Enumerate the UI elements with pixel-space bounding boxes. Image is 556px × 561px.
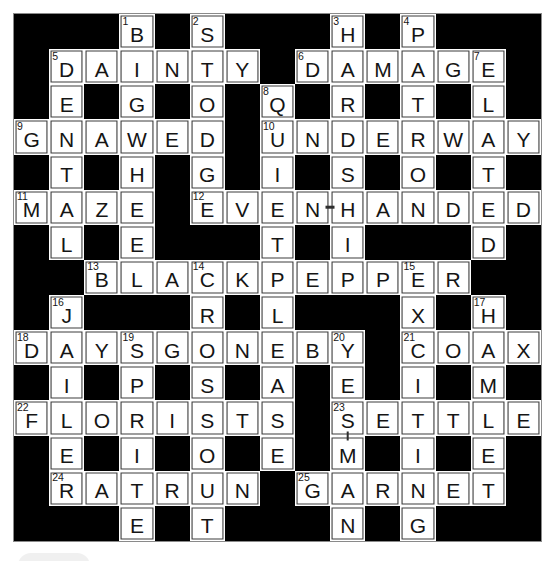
letter-r14c10: A bbox=[341, 480, 355, 501]
letter-r9c8: L bbox=[272, 305, 284, 326]
cell-r12c7[interactable]: T bbox=[225, 400, 260, 435]
clue-number-4: 4 bbox=[403, 16, 409, 27]
letter-r2c7: Y bbox=[235, 59, 249, 80]
cell-r13c6[interactable]: O bbox=[190, 436, 225, 471]
letter-r5c6: G bbox=[199, 164, 215, 185]
black-cell-r7c1 bbox=[14, 225, 49, 260]
letter-r1c12: P bbox=[411, 24, 425, 45]
letter-r6c14: E bbox=[481, 199, 495, 220]
black-cell-r1c9 bbox=[295, 14, 330, 49]
letter-r4c8: U bbox=[270, 129, 285, 150]
letter-r8c9: E bbox=[306, 269, 320, 290]
cell-r2c3[interactable]: A bbox=[84, 49, 119, 84]
hyphen-marker bbox=[346, 431, 349, 440]
cell-r12c1[interactable]: 22F bbox=[14, 400, 49, 435]
letter-r9c14: H bbox=[481, 305, 496, 326]
black-cell-r15c14 bbox=[471, 506, 506, 541]
cell-r8c6[interactable]: 14C bbox=[190, 260, 225, 295]
cell-r14c7[interactable]: N bbox=[225, 471, 260, 506]
cell-r11c12[interactable]: I bbox=[400, 365, 435, 400]
black-cell-r5c7 bbox=[225, 155, 260, 190]
crossword-page: { "game": "crossword", "grid": { "rows":… bbox=[0, 0, 556, 561]
letter-r4c3: A bbox=[95, 129, 109, 150]
cell-r2c12[interactable]: A bbox=[400, 49, 435, 84]
letter-r4c13: W bbox=[443, 129, 463, 150]
black-cell-r7c7 bbox=[225, 225, 260, 260]
letter-r15c10: N bbox=[340, 515, 355, 536]
letter-r12c3: O bbox=[94, 410, 110, 431]
letter-r5c10: S bbox=[341, 164, 355, 185]
cell-r4c14[interactable]: A bbox=[471, 119, 506, 154]
cell-r2c10[interactable]: A bbox=[330, 49, 365, 84]
cell-r14c13[interactable]: E bbox=[436, 471, 471, 506]
letter-r8c6: C bbox=[200, 269, 215, 290]
cell-r8c9[interactable]: E bbox=[295, 260, 330, 295]
cell-r14c5[interactable]: R bbox=[155, 471, 190, 506]
letter-r1c4: B bbox=[130, 24, 144, 45]
cell-r3c12[interactable]: T bbox=[400, 84, 435, 119]
letter-r12c1: F bbox=[25, 410, 38, 431]
black-cell-r9c3 bbox=[84, 295, 119, 330]
cell-r4c9[interactable]: N bbox=[295, 119, 330, 154]
black-cell-r13c3 bbox=[84, 436, 119, 471]
cell-r4c10[interactable]: D bbox=[330, 119, 365, 154]
letter-r5c8: I bbox=[275, 164, 281, 185]
clue-number-15: 15 bbox=[403, 261, 415, 272]
black-cell-r1c3 bbox=[84, 14, 119, 49]
letter-r15c6: T bbox=[201, 515, 214, 536]
black-cell-r15c7 bbox=[225, 506, 260, 541]
cell-r13c8[interactable]: E bbox=[260, 436, 295, 471]
cell-r8c3[interactable]: 13B bbox=[84, 260, 119, 295]
letter-r3c8: Q bbox=[269, 94, 285, 115]
black-cell-r11c13 bbox=[436, 365, 471, 400]
letter-r4c15: Y bbox=[516, 129, 530, 150]
letter-r11c8: A bbox=[270, 375, 284, 396]
cell-r15c10[interactable]: N bbox=[330, 506, 365, 541]
letter-r10c12: C bbox=[410, 340, 425, 361]
cell-r14c4[interactable]: T bbox=[119, 471, 154, 506]
letter-r10c2: A bbox=[60, 340, 74, 361]
black-cell-r1c8 bbox=[260, 14, 295, 49]
cell-r9c6[interactable]: R bbox=[190, 295, 225, 330]
cell-r11c2[interactable]: I bbox=[49, 365, 84, 400]
letter-r2c10: A bbox=[341, 59, 355, 80]
letter-r2c14: E bbox=[481, 59, 495, 80]
letter-r14c5: R bbox=[165, 480, 180, 501]
letter-r12c15: E bbox=[516, 410, 530, 431]
clue-number-2: 2 bbox=[193, 16, 199, 27]
black-cell-r1c2 bbox=[49, 14, 84, 49]
letter-r12c6: S bbox=[200, 410, 214, 431]
letter-r3c4: G bbox=[129, 94, 145, 115]
black-cell-r13c7 bbox=[225, 436, 260, 471]
letter-r6c15: D bbox=[516, 199, 531, 220]
clue-number-10: 10 bbox=[263, 121, 275, 132]
cell-r5c4[interactable]: H bbox=[119, 155, 154, 190]
letter-r4c14: A bbox=[481, 129, 495, 150]
letter-r8c12: E bbox=[411, 269, 425, 290]
letter-r2c4: I bbox=[134, 59, 140, 80]
cell-r2c13[interactable]: G bbox=[436, 49, 471, 84]
letter-r14c11: R bbox=[375, 480, 390, 501]
cell-r13c10[interactable]: M bbox=[330, 436, 365, 471]
cell-r14c10[interactable]: A bbox=[330, 471, 365, 506]
cell-r7c8[interactable]: T bbox=[260, 225, 295, 260]
cell-r8c4[interactable]: L bbox=[119, 260, 154, 295]
cell-r6c3[interactable]: Z bbox=[84, 190, 119, 225]
black-cell-r9c15 bbox=[506, 295, 541, 330]
letter-r10c5: G bbox=[164, 340, 180, 361]
cell-r10c13[interactable]: O bbox=[436, 330, 471, 365]
letter-r10c3: Y bbox=[95, 340, 109, 361]
letter-r3c10: R bbox=[340, 94, 355, 115]
letter-r4c1: G bbox=[23, 129, 39, 150]
letter-r2c12: A bbox=[411, 59, 425, 80]
cell-r2c14[interactable]: 7E bbox=[471, 49, 506, 84]
cell-r10c12[interactable]: 21C bbox=[400, 330, 435, 365]
cell-r12c4[interactable]: R bbox=[119, 400, 154, 435]
letter-r6c2: A bbox=[60, 199, 74, 220]
black-cell-r3c9 bbox=[295, 84, 330, 119]
cell-r8c8[interactable]: P bbox=[260, 260, 295, 295]
cell-r1c10[interactable]: 3H bbox=[330, 14, 365, 49]
cell-r11c6[interactable]: S bbox=[190, 365, 225, 400]
black-cell-r7c11 bbox=[365, 225, 400, 260]
black-cell-r15c11 bbox=[365, 506, 400, 541]
letter-r11c14: M bbox=[480, 375, 498, 396]
cell-r4c6[interactable]: D bbox=[190, 119, 225, 154]
black-cell-r1c15 bbox=[506, 14, 541, 49]
cell-r1c12[interactable]: 4P bbox=[400, 14, 435, 49]
cell-r2c6[interactable]: T bbox=[190, 49, 225, 84]
black-cell-r14c1 bbox=[14, 471, 49, 506]
cell-r6c6[interactable]: 12E bbox=[190, 190, 225, 225]
cell-r13c14[interactable]: E bbox=[471, 436, 506, 471]
letter-r14c3: A bbox=[95, 480, 109, 501]
cell-r4c8[interactable]: 10U bbox=[260, 119, 295, 154]
black-cell-r3c7 bbox=[225, 84, 260, 119]
black-cell-r7c13 bbox=[436, 225, 471, 260]
clue-number-21: 21 bbox=[403, 332, 415, 343]
cell-r4c5[interactable]: E bbox=[155, 119, 190, 154]
black-cell-r11c1 bbox=[14, 365, 49, 400]
black-cell-r13c15 bbox=[506, 436, 541, 471]
cell-r6c4[interactable]: E bbox=[119, 190, 154, 225]
cell-r11c4[interactable]: P bbox=[119, 365, 154, 400]
letter-r11c12: I bbox=[415, 375, 421, 396]
black-cell-r11c3 bbox=[84, 365, 119, 400]
letter-r14c13: E bbox=[446, 480, 460, 501]
black-cell-r9c5 bbox=[155, 295, 190, 330]
black-cell-r5c9 bbox=[295, 155, 330, 190]
black-cell-r2c8 bbox=[260, 49, 295, 84]
cell-r7c14[interactable]: D bbox=[471, 225, 506, 260]
cell-r8c5[interactable]: A bbox=[155, 260, 190, 295]
cell-r10c5[interactable]: G bbox=[155, 330, 190, 365]
letter-r6c12: N bbox=[410, 199, 425, 220]
black-cell-r13c11 bbox=[365, 436, 400, 471]
letter-r4c2: N bbox=[59, 129, 74, 150]
cell-r9c12[interactable]: X bbox=[400, 295, 435, 330]
black-cell-r3c1 bbox=[14, 84, 49, 119]
black-cell-r11c5 bbox=[155, 365, 190, 400]
cell-r10c15[interactable]: X bbox=[506, 330, 541, 365]
letter-r10c4: S bbox=[130, 340, 144, 361]
letter-r12c7: T bbox=[236, 410, 249, 431]
clue-number-23: 23 bbox=[333, 402, 345, 413]
black-cell-r11c11 bbox=[365, 365, 400, 400]
cell-r12c3[interactable]: O bbox=[84, 400, 119, 435]
cell-r12c6[interactable]: S bbox=[190, 400, 225, 435]
letter-r1c10: H bbox=[340, 24, 355, 45]
letter-r6c4: E bbox=[130, 199, 144, 220]
letter-r3c2: E bbox=[60, 94, 74, 115]
letter-r4c11: E bbox=[376, 129, 390, 150]
letter-r3c14: L bbox=[482, 94, 494, 115]
black-cell-r3c11 bbox=[365, 84, 400, 119]
letter-r13c8: E bbox=[270, 445, 284, 466]
cell-r6c14[interactable]: E bbox=[471, 190, 506, 225]
cell-r2c4[interactable]: I bbox=[119, 49, 154, 84]
cell-r7c10[interactable]: I bbox=[330, 225, 365, 260]
clue-number-9: 9 bbox=[17, 121, 23, 132]
letter-r6c10: H bbox=[340, 199, 355, 220]
black-cell-r3c15 bbox=[506, 84, 541, 119]
black-cell-r8c14 bbox=[471, 260, 506, 295]
cell-r1c6[interactable]: 2S bbox=[190, 14, 225, 49]
cell-r3c4[interactable]: G bbox=[119, 84, 154, 119]
black-cell-r13c1 bbox=[14, 436, 49, 471]
letter-r11c2: I bbox=[64, 375, 70, 396]
cell-r10c6[interactable]: O bbox=[190, 330, 225, 365]
bottom-left-button-partial[interactable] bbox=[18, 553, 90, 561]
cell-r8c7[interactable]: K bbox=[225, 260, 260, 295]
black-cell-r15c2 bbox=[49, 506, 84, 541]
cell-r11c14[interactable]: M bbox=[471, 365, 506, 400]
cell-r14c9[interactable]: 25G bbox=[295, 471, 330, 506]
cell-r14c3[interactable]: A bbox=[84, 471, 119, 506]
black-cell-r14c15 bbox=[506, 471, 541, 506]
cell-r15c6[interactable]: T bbox=[190, 506, 225, 541]
letter-r10c6: O bbox=[199, 340, 215, 361]
letter-r2c3: A bbox=[95, 59, 109, 80]
cell-r10c2[interactable]: A bbox=[49, 330, 84, 365]
cell-r7c4[interactable]: E bbox=[119, 225, 154, 260]
letter-r12c2: L bbox=[61, 410, 73, 431]
cell-r4c3[interactable]: A bbox=[84, 119, 119, 154]
black-cell-r3c3 bbox=[84, 84, 119, 119]
letter-r9c2: J bbox=[61, 305, 72, 326]
cell-r6c7[interactable]: V bbox=[225, 190, 260, 225]
black-cell-r5c15 bbox=[506, 155, 541, 190]
cell-r5c6[interactable]: G bbox=[190, 155, 225, 190]
cell-r2c9[interactable]: 6D bbox=[295, 49, 330, 84]
letter-r4c4: W bbox=[127, 129, 147, 150]
cell-r6c12[interactable]: N bbox=[400, 190, 435, 225]
cell-r8c11[interactable]: P bbox=[365, 260, 400, 295]
letter-r14c7: N bbox=[235, 480, 250, 501]
black-cell-r10c11 bbox=[365, 330, 400, 365]
letter-r6c13: D bbox=[446, 199, 461, 220]
black-cell-r3c5 bbox=[155, 84, 190, 119]
cell-r10c1[interactable]: 18D bbox=[14, 330, 49, 365]
black-cell-r14c8 bbox=[260, 471, 295, 506]
cell-r9c2[interactable]: 16J bbox=[49, 295, 84, 330]
cell-r12c11[interactable]: E bbox=[365, 400, 400, 435]
cell-r14c6[interactable]: U bbox=[190, 471, 225, 506]
black-cell-r5c13 bbox=[436, 155, 471, 190]
black-cell-r1c7 bbox=[225, 14, 260, 49]
cell-r6c1[interactable]: 11M bbox=[14, 190, 49, 225]
letter-r6c6: E bbox=[200, 199, 214, 220]
letter-r12c12: T bbox=[412, 410, 425, 431]
cell-r9c8[interactable]: L bbox=[260, 295, 295, 330]
letter-r14c9: G bbox=[304, 480, 320, 501]
cell-r6c13[interactable]: D bbox=[436, 190, 471, 225]
letter-r13c2: E bbox=[60, 445, 74, 466]
clue-number-5: 5 bbox=[52, 51, 58, 62]
cell-r4c15[interactable]: Y bbox=[506, 119, 541, 154]
cell-r6c8[interactable]: E bbox=[260, 190, 295, 225]
letter-r8c11: P bbox=[376, 269, 390, 290]
black-cell-r9c1 bbox=[14, 295, 49, 330]
letter-r12c4: R bbox=[129, 410, 144, 431]
cell-r14c14[interactable]: T bbox=[471, 471, 506, 506]
letter-r9c6: R bbox=[200, 305, 215, 326]
cell-r13c12[interactable]: I bbox=[400, 436, 435, 471]
black-cell-r7c15 bbox=[506, 225, 541, 260]
cell-r11c10[interactable]: E bbox=[330, 365, 365, 400]
cell-r3c2[interactable]: E bbox=[49, 84, 84, 119]
letter-r9c12: X bbox=[411, 305, 425, 326]
cell-r5c12[interactable]: O bbox=[400, 155, 435, 190]
black-cell-r15c13 bbox=[436, 506, 471, 541]
cell-r9c14[interactable]: 17H bbox=[471, 295, 506, 330]
cell-r12c2[interactable]: L bbox=[49, 400, 84, 435]
cell-r12c8[interactable]: S bbox=[260, 400, 295, 435]
black-cell-r11c15 bbox=[506, 365, 541, 400]
black-cell-r13c9 bbox=[295, 436, 330, 471]
letter-r7c8: T bbox=[271, 234, 284, 255]
cell-r11c8[interactable]: A bbox=[260, 365, 295, 400]
black-cell-r2c1 bbox=[14, 49, 49, 84]
letter-r12c8: S bbox=[270, 410, 284, 431]
letter-r5c2: T bbox=[60, 164, 73, 185]
cell-r10c14[interactable]: A bbox=[471, 330, 506, 365]
cell-r3c6[interactable]: O bbox=[190, 84, 225, 119]
letter-r13c6: O bbox=[199, 445, 215, 466]
black-cell-r13c5 bbox=[155, 436, 190, 471]
cell-r7c2[interactable]: L bbox=[49, 225, 84, 260]
letter-r7c10: I bbox=[345, 234, 351, 255]
letter-r10c10: Y bbox=[341, 340, 355, 361]
cell-r10c4[interactable]: 19S bbox=[119, 330, 154, 365]
cell-r15c12[interactable]: G bbox=[400, 506, 435, 541]
cell-r15c4[interactable]: E bbox=[119, 506, 154, 541]
cell-r8c13[interactable]: R bbox=[436, 260, 471, 295]
cell-r4c13[interactable]: W bbox=[436, 119, 471, 154]
letter-r14c14: T bbox=[482, 480, 495, 501]
letter-r6c8: E bbox=[270, 199, 284, 220]
cell-r8c10[interactable]: P bbox=[330, 260, 365, 295]
clue-number-3: 3 bbox=[333, 16, 339, 27]
cell-r8c12[interactable]: 15E bbox=[400, 260, 435, 295]
cell-r14c11[interactable]: R bbox=[365, 471, 400, 506]
cell-r2c5[interactable]: N bbox=[155, 49, 190, 84]
cell-r5c8[interactable]: I bbox=[260, 155, 295, 190]
black-cell-r15c8 bbox=[260, 506, 295, 541]
cell-r1c4[interactable]: 1B bbox=[119, 14, 154, 49]
black-cell-r9c9 bbox=[295, 295, 330, 330]
cell-r3c10[interactable]: R bbox=[330, 84, 365, 119]
letter-r5c4: H bbox=[129, 164, 144, 185]
clue-number-11: 11 bbox=[17, 191, 28, 202]
black-cell-r9c11 bbox=[365, 295, 400, 330]
clue-number-12: 12 bbox=[193, 191, 205, 202]
cell-r10c7[interactable]: N bbox=[225, 330, 260, 365]
cell-r3c14[interactable]: L bbox=[471, 84, 506, 119]
black-cell-r1c5 bbox=[155, 14, 190, 49]
black-cell-r9c4 bbox=[119, 295, 154, 330]
cell-r13c2[interactable]: E bbox=[49, 436, 84, 471]
black-cell-r9c7 bbox=[225, 295, 260, 330]
black-cell-r5c3 bbox=[84, 155, 119, 190]
cell-r6c11[interactable]: A bbox=[365, 190, 400, 225]
letter-r2c9: D bbox=[305, 59, 320, 80]
cell-r10c8[interactable]: E bbox=[260, 330, 295, 365]
cell-r10c3[interactable]: Y bbox=[84, 330, 119, 365]
cell-r5c14[interactable]: T bbox=[471, 155, 506, 190]
cell-r12c13[interactable]: T bbox=[436, 400, 471, 435]
cell-r10c10[interactable]: 20Y bbox=[330, 330, 365, 365]
cell-r14c12[interactable]: N bbox=[400, 471, 435, 506]
cell-r4c11[interactable]: E bbox=[365, 119, 400, 154]
cell-r4c2[interactable]: N bbox=[49, 119, 84, 154]
cell-r3c8[interactable]: 8Q bbox=[260, 84, 295, 119]
cell-r14c2[interactable]: 24R bbox=[49, 471, 84, 506]
cell-r5c10[interactable]: S bbox=[330, 155, 365, 190]
cell-r12c15[interactable]: E bbox=[506, 400, 541, 435]
crossword-board: 1B2S3H4P5DAINTY6DAMAG7EEGO8QRTL9GNAWED10… bbox=[13, 13, 542, 542]
cell-r12c12[interactable]: T bbox=[400, 400, 435, 435]
cell-r5c2[interactable]: T bbox=[49, 155, 84, 190]
cell-r12c14[interactable]: L bbox=[471, 400, 506, 435]
cell-r2c2[interactable]: 5D bbox=[49, 49, 84, 84]
letter-r14c6: U bbox=[200, 480, 215, 501]
cell-r6c2[interactable]: A bbox=[49, 190, 84, 225]
clue-number-7: 7 bbox=[474, 51, 480, 62]
cell-r4c4[interactable]: W bbox=[119, 119, 154, 154]
cell-r2c7[interactable]: Y bbox=[225, 49, 260, 84]
clue-number-18: 18 bbox=[17, 332, 29, 343]
cell-r2c11[interactable]: M bbox=[365, 49, 400, 84]
cell-r10c9[interactable]: B bbox=[295, 330, 330, 365]
letter-r12c11: E bbox=[376, 410, 390, 431]
clue-number-16: 16 bbox=[52, 297, 64, 308]
letter-r4c6: D bbox=[200, 129, 215, 150]
letter-r4c9: N bbox=[305, 129, 320, 150]
cell-r6c10[interactable]: H bbox=[330, 190, 365, 225]
black-cell-r9c13 bbox=[436, 295, 471, 330]
cell-r13c4[interactable]: I bbox=[119, 436, 154, 471]
cell-r12c5[interactable]: I bbox=[155, 400, 190, 435]
cell-r4c1[interactable]: 9G bbox=[14, 119, 49, 154]
black-cell-r15c15 bbox=[506, 506, 541, 541]
cell-r4c12[interactable]: R bbox=[400, 119, 435, 154]
cell-r6c15[interactable]: D bbox=[506, 190, 541, 225]
letter-r11c6: S bbox=[200, 375, 214, 396]
